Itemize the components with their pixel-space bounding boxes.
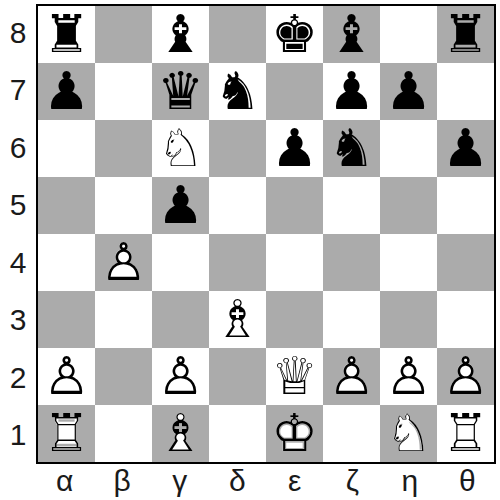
file-label-η: η [381, 462, 439, 500]
square-ε2[interactable]: ♛♕ [266, 348, 323, 405]
black-pawn-icon: ♟ [38, 63, 95, 120]
square-α1[interactable]: ♜♖ [38, 405, 95, 462]
square-γ4[interactable] [152, 234, 209, 291]
black-rook-icon: ♜ [38, 6, 95, 63]
white-rook-icon: ♜♖ [38, 405, 95, 462]
square-β8[interactable] [95, 6, 152, 63]
square-β5[interactable] [95, 177, 152, 234]
white-bishop-icon: ♝♗ [152, 405, 209, 462]
square-ε1[interactable]: ♚♔ [266, 405, 323, 462]
square-θ7[interactable] [437, 63, 494, 120]
file-labels: αβγδεζηθ [36, 462, 496, 500]
square-β7[interactable] [95, 63, 152, 120]
white-pawn-icon: ♟♙ [323, 348, 380, 405]
black-pawn-icon: ♟ [380, 63, 437, 120]
square-α6[interactable] [38, 120, 95, 177]
square-η2[interactable]: ♟♙ [380, 348, 437, 405]
file-label-δ: δ [209, 462, 267, 500]
square-β1[interactable] [95, 405, 152, 462]
black-king-icon: ♚ [266, 6, 323, 63]
square-γ5[interactable]: ♟ [152, 177, 209, 234]
white-pawn-icon: ♟♙ [437, 348, 494, 405]
black-pawn-icon: ♟ [437, 120, 494, 177]
rank-label-7: 7 [0, 62, 36, 120]
square-ζ5[interactable] [323, 177, 380, 234]
square-β2[interactable] [95, 348, 152, 405]
rank-label-1: 1 [0, 407, 36, 465]
square-γ2[interactable]: ♟♙ [152, 348, 209, 405]
square-ε3[interactable] [266, 291, 323, 348]
board: ♜♝♚♝♜♟♛♞♟♟♞♘♟♞♟♟♟♙♝♗♟♙♟♙♛♕♟♙♟♙♟♙♜♖♝♗♚♔♞♘… [36, 4, 496, 464]
square-η1[interactable]: ♞♘ [380, 405, 437, 462]
white-rook-icon: ♜♖ [437, 405, 494, 462]
file-label-γ: γ [151, 462, 209, 500]
black-bishop-icon: ♝ [152, 6, 209, 63]
file-label-ε: ε [266, 462, 324, 500]
square-α8[interactable]: ♜ [38, 6, 95, 63]
square-β3[interactable] [95, 291, 152, 348]
square-ε5[interactable] [266, 177, 323, 234]
square-θ3[interactable] [437, 291, 494, 348]
square-η8[interactable] [380, 6, 437, 63]
square-α2[interactable]: ♟♙ [38, 348, 95, 405]
square-η5[interactable] [380, 177, 437, 234]
square-γ3[interactable] [152, 291, 209, 348]
file-label-β: β [94, 462, 152, 500]
square-α4[interactable] [38, 234, 95, 291]
rank-label-2: 2 [0, 349, 36, 407]
square-α3[interactable] [38, 291, 95, 348]
rank-label-5: 5 [0, 177, 36, 235]
black-queen-icon: ♛ [152, 63, 209, 120]
square-δ7[interactable]: ♞ [209, 63, 266, 120]
black-rook-icon: ♜ [437, 6, 494, 63]
rank-label-6: 6 [0, 119, 36, 177]
black-bishop-icon: ♝ [323, 6, 380, 63]
square-β4[interactable]: ♟♙ [95, 234, 152, 291]
square-γ8[interactable]: ♝ [152, 6, 209, 63]
square-ζ4[interactable] [323, 234, 380, 291]
square-δ4[interactable] [209, 234, 266, 291]
white-knight-icon: ♞♘ [152, 120, 209, 177]
white-bishop-icon: ♝♗ [209, 291, 266, 348]
white-pawn-icon: ♟♙ [95, 234, 152, 291]
black-knight-icon: ♞ [323, 120, 380, 177]
square-δ8[interactable] [209, 6, 266, 63]
square-ζ2[interactable]: ♟♙ [323, 348, 380, 405]
square-θ5[interactable] [437, 177, 494, 234]
black-pawn-icon: ♟ [152, 177, 209, 234]
square-θ1[interactable]: ♜♖ [437, 405, 494, 462]
rank-label-4: 4 [0, 234, 36, 292]
square-ε7[interactable] [266, 63, 323, 120]
chess-diagram: 87654321 ♜♝♚♝♜♟♛♞♟♟♞♘♟♞♟♟♟♙♝♗♟♙♟♙♛♕♟♙♟♙♟… [0, 0, 500, 500]
square-ζ7[interactable]: ♟ [323, 63, 380, 120]
square-δ2[interactable] [209, 348, 266, 405]
square-γ6[interactable]: ♞♘ [152, 120, 209, 177]
square-ζ8[interactable]: ♝ [323, 6, 380, 63]
square-γ7[interactable]: ♛ [152, 63, 209, 120]
black-knight-icon: ♞ [209, 63, 266, 120]
file-label-α: α [36, 462, 94, 500]
square-ε4[interactable] [266, 234, 323, 291]
square-η6[interactable] [380, 120, 437, 177]
square-β6[interactable] [95, 120, 152, 177]
rank-label-3: 3 [0, 292, 36, 350]
white-queen-icon: ♛♕ [266, 348, 323, 405]
rank-label-8: 8 [0, 4, 36, 62]
square-θ8[interactable]: ♜ [437, 6, 494, 63]
square-ε6[interactable]: ♟ [266, 120, 323, 177]
square-δ5[interactable] [209, 177, 266, 234]
file-label-θ: θ [439, 462, 497, 500]
white-king-icon: ♚♔ [266, 405, 323, 462]
square-η7[interactable]: ♟ [380, 63, 437, 120]
square-θ6[interactable]: ♟ [437, 120, 494, 177]
square-ζ1[interactable] [323, 405, 380, 462]
square-ζ3[interactable] [323, 291, 380, 348]
black-pawn-icon: ♟ [266, 120, 323, 177]
square-η4[interactable] [380, 234, 437, 291]
black-pawn-icon: ♟ [323, 63, 380, 120]
square-θ2[interactable]: ♟♙ [437, 348, 494, 405]
white-pawn-icon: ♟♙ [380, 348, 437, 405]
square-δ1[interactable] [209, 405, 266, 462]
square-γ1[interactable]: ♝♗ [152, 405, 209, 462]
file-label-ζ: ζ [324, 462, 382, 500]
square-θ4[interactable] [437, 234, 494, 291]
white-pawn-icon: ♟♙ [38, 348, 95, 405]
square-α7[interactable]: ♟ [38, 63, 95, 120]
white-knight-icon: ♞♘ [380, 405, 437, 462]
square-α5[interactable] [38, 177, 95, 234]
square-η3[interactable] [380, 291, 437, 348]
square-ζ6[interactable]: ♞ [323, 120, 380, 177]
square-ε8[interactable]: ♚ [266, 6, 323, 63]
square-δ6[interactable] [209, 120, 266, 177]
white-pawn-icon: ♟♙ [152, 348, 209, 405]
rank-labels: 87654321 [0, 4, 36, 464]
square-δ3[interactable]: ♝♗ [209, 291, 266, 348]
